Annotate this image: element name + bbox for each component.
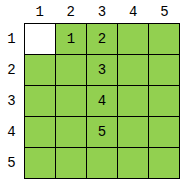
grid-cell[interactable]: [118, 117, 148, 147]
grid-cell[interactable]: [25, 148, 55, 178]
grid-cell[interactable]: [56, 117, 86, 147]
row-headers: 12345: [0, 23, 23, 179]
grid-cell[interactable]: [118, 86, 148, 116]
grid-cell[interactable]: [56, 86, 86, 116]
grid-cell[interactable]: [149, 55, 179, 85]
row-header-label: 1: [0, 23, 23, 54]
grid-cell[interactable]: [149, 148, 179, 178]
row-header-label: 5: [0, 148, 23, 179]
grid-cell[interactable]: [118, 148, 148, 178]
row-header-label: 3: [0, 85, 23, 116]
puzzle-board: 12345: [24, 23, 180, 179]
grid-cell[interactable]: [149, 24, 179, 54]
grid-cell[interactable]: [25, 55, 55, 85]
column-header-label: 1: [24, 2, 55, 22]
column-header-label: 4: [118, 2, 149, 22]
grid-cell[interactable]: [118, 55, 148, 85]
grid-cell[interactable]: [25, 86, 55, 116]
grid-cell[interactable]: [56, 148, 86, 178]
column-header-label: 2: [55, 2, 86, 22]
grid-cell[interactable]: 3: [87, 55, 117, 85]
grid-cell[interactable]: 4: [87, 86, 117, 116]
grid-cell[interactable]: 1: [56, 24, 86, 54]
puzzle-diagram: 12345 12345 12345: [0, 0, 186, 187]
column-header-label: 3: [86, 2, 117, 22]
grid-cell[interactable]: [149, 117, 179, 147]
column-headers: 12345: [24, 2, 180, 22]
grid-cell[interactable]: [118, 24, 148, 54]
grid-cell[interactable]: [87, 148, 117, 178]
grid-cell[interactable]: 5: [87, 117, 117, 147]
row-header-label: 4: [0, 117, 23, 148]
row-header-label: 2: [0, 54, 23, 85]
column-header-label: 5: [149, 2, 180, 22]
grid-cell[interactable]: [149, 86, 179, 116]
grid-cell[interactable]: [25, 117, 55, 147]
grid-cell[interactable]: 2: [87, 24, 117, 54]
grid-cell[interactable]: [56, 55, 86, 85]
grid-cell[interactable]: [25, 24, 55, 54]
